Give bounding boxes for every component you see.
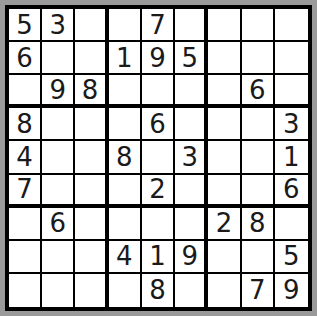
- cell-r6c1[interactable]: 7: [9, 175, 42, 208]
- cell-r8c1[interactable]: [9, 241, 42, 274]
- cell-r9c7[interactable]: [208, 274, 241, 307]
- sudoku-board: 537619598686348317266284195879: [5, 5, 312, 311]
- cell-r8c9[interactable]: 5: [275, 241, 308, 274]
- cell-r3c4[interactable]: [109, 75, 142, 108]
- cell-r2c3[interactable]: [75, 42, 108, 75]
- cell-r5c5[interactable]: [142, 141, 175, 174]
- cell-r4c1[interactable]: 8: [9, 108, 42, 141]
- cell-r7c7[interactable]: 2: [208, 208, 241, 241]
- cell-r5c6[interactable]: 3: [175, 141, 208, 174]
- cell-r1c4[interactable]: [109, 9, 142, 42]
- cell-r4c6[interactable]: [175, 108, 208, 141]
- cell-r2c6[interactable]: 5: [175, 42, 208, 75]
- cell-r9c6[interactable]: [175, 274, 208, 307]
- cell-r5c1[interactable]: 4: [9, 141, 42, 174]
- cell-r3c2[interactable]: 9: [42, 75, 75, 108]
- cell-r5c2[interactable]: [42, 141, 75, 174]
- cell-r3c8[interactable]: 6: [242, 75, 275, 108]
- cell-r2c1[interactable]: 6: [9, 42, 42, 75]
- cell-r1c6[interactable]: [175, 9, 208, 42]
- cell-r2c4[interactable]: 1: [109, 42, 142, 75]
- cell-r2c7[interactable]: [208, 42, 241, 75]
- cell-r1c7[interactable]: [208, 9, 241, 42]
- cell-r4c5[interactable]: 6: [142, 108, 175, 141]
- cell-r8c3[interactable]: [75, 241, 108, 274]
- cell-r7c1[interactable]: [9, 208, 42, 241]
- cell-r9c9[interactable]: 9: [275, 274, 308, 307]
- cell-r1c1[interactable]: 5: [9, 9, 42, 42]
- cell-r8c6[interactable]: 9: [175, 241, 208, 274]
- cell-r7c5[interactable]: [142, 208, 175, 241]
- cell-r3c6[interactable]: [175, 75, 208, 108]
- cell-r2c2[interactable]: [42, 42, 75, 75]
- cell-r3c1[interactable]: [9, 75, 42, 108]
- cell-r9c4[interactable]: [109, 274, 142, 307]
- cell-r8c4[interactable]: 4: [109, 241, 142, 274]
- cell-r4c8[interactable]: [242, 108, 275, 141]
- cell-r6c8[interactable]: [242, 175, 275, 208]
- cell-r7c4[interactable]: [109, 208, 142, 241]
- cell-r1c9[interactable]: [275, 9, 308, 42]
- cell-r7c9[interactable]: [275, 208, 308, 241]
- cell-r9c1[interactable]: [9, 274, 42, 307]
- cell-r8c5[interactable]: 1: [142, 241, 175, 274]
- cell-r6c4[interactable]: [109, 175, 142, 208]
- cell-r6c3[interactable]: [75, 175, 108, 208]
- cell-r9c8[interactable]: 7: [242, 274, 275, 307]
- cell-r4c2[interactable]: [42, 108, 75, 141]
- cell-r1c2[interactable]: 3: [42, 9, 75, 42]
- cell-r5c3[interactable]: [75, 141, 108, 174]
- cell-r6c6[interactable]: [175, 175, 208, 208]
- cell-r6c7[interactable]: [208, 175, 241, 208]
- cell-r2c5[interactable]: 9: [142, 42, 175, 75]
- cell-r4c7[interactable]: [208, 108, 241, 141]
- cell-r9c3[interactable]: [75, 274, 108, 307]
- cell-r5c8[interactable]: [242, 141, 275, 174]
- cell-r7c6[interactable]: [175, 208, 208, 241]
- cell-r9c5[interactable]: 8: [142, 274, 175, 307]
- cell-r2c8[interactable]: [242, 42, 275, 75]
- cell-r6c2[interactable]: [42, 175, 75, 208]
- cell-r7c3[interactable]: [75, 208, 108, 241]
- cell-r1c3[interactable]: [75, 9, 108, 42]
- cell-r1c5[interactable]: 7: [142, 9, 175, 42]
- cell-r4c3[interactable]: [75, 108, 108, 141]
- cell-r3c3[interactable]: 8: [75, 75, 108, 108]
- cell-r5c9[interactable]: 1: [275, 141, 308, 174]
- cell-r3c7[interactable]: [208, 75, 241, 108]
- cell-r8c8[interactable]: [242, 241, 275, 274]
- cell-r3c5[interactable]: [142, 75, 175, 108]
- board-frame: 537619598686348317266284195879: [0, 0, 317, 316]
- cell-r4c4[interactable]: [109, 108, 142, 141]
- cell-r4c9[interactable]: 3: [275, 108, 308, 141]
- cell-r2c9[interactable]: [275, 42, 308, 75]
- cell-r5c4[interactable]: 8: [109, 141, 142, 174]
- cell-r9c2[interactable]: [42, 274, 75, 307]
- cell-r3c9[interactable]: [275, 75, 308, 108]
- cell-r1c8[interactable]: [242, 9, 275, 42]
- cell-r6c5[interactable]: 2: [142, 175, 175, 208]
- cell-r8c2[interactable]: [42, 241, 75, 274]
- cell-r7c2[interactable]: 6: [42, 208, 75, 241]
- cell-r8c7[interactable]: [208, 241, 241, 274]
- cell-r5c7[interactable]: [208, 141, 241, 174]
- cell-r6c9[interactable]: 6: [275, 175, 308, 208]
- cell-r7c8[interactable]: 8: [242, 208, 275, 241]
